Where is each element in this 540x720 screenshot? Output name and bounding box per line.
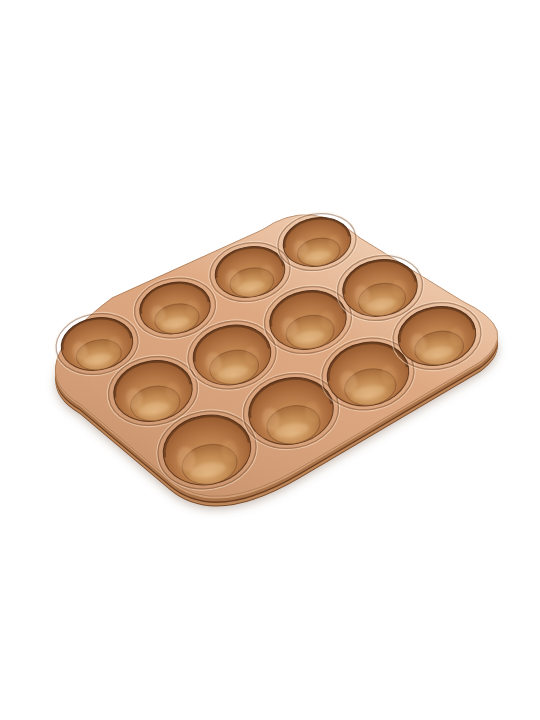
muffin-pan-svg [0, 0, 540, 720]
product-photo: Twelve-cup copper non-stick muffin bakin… [0, 0, 540, 720]
